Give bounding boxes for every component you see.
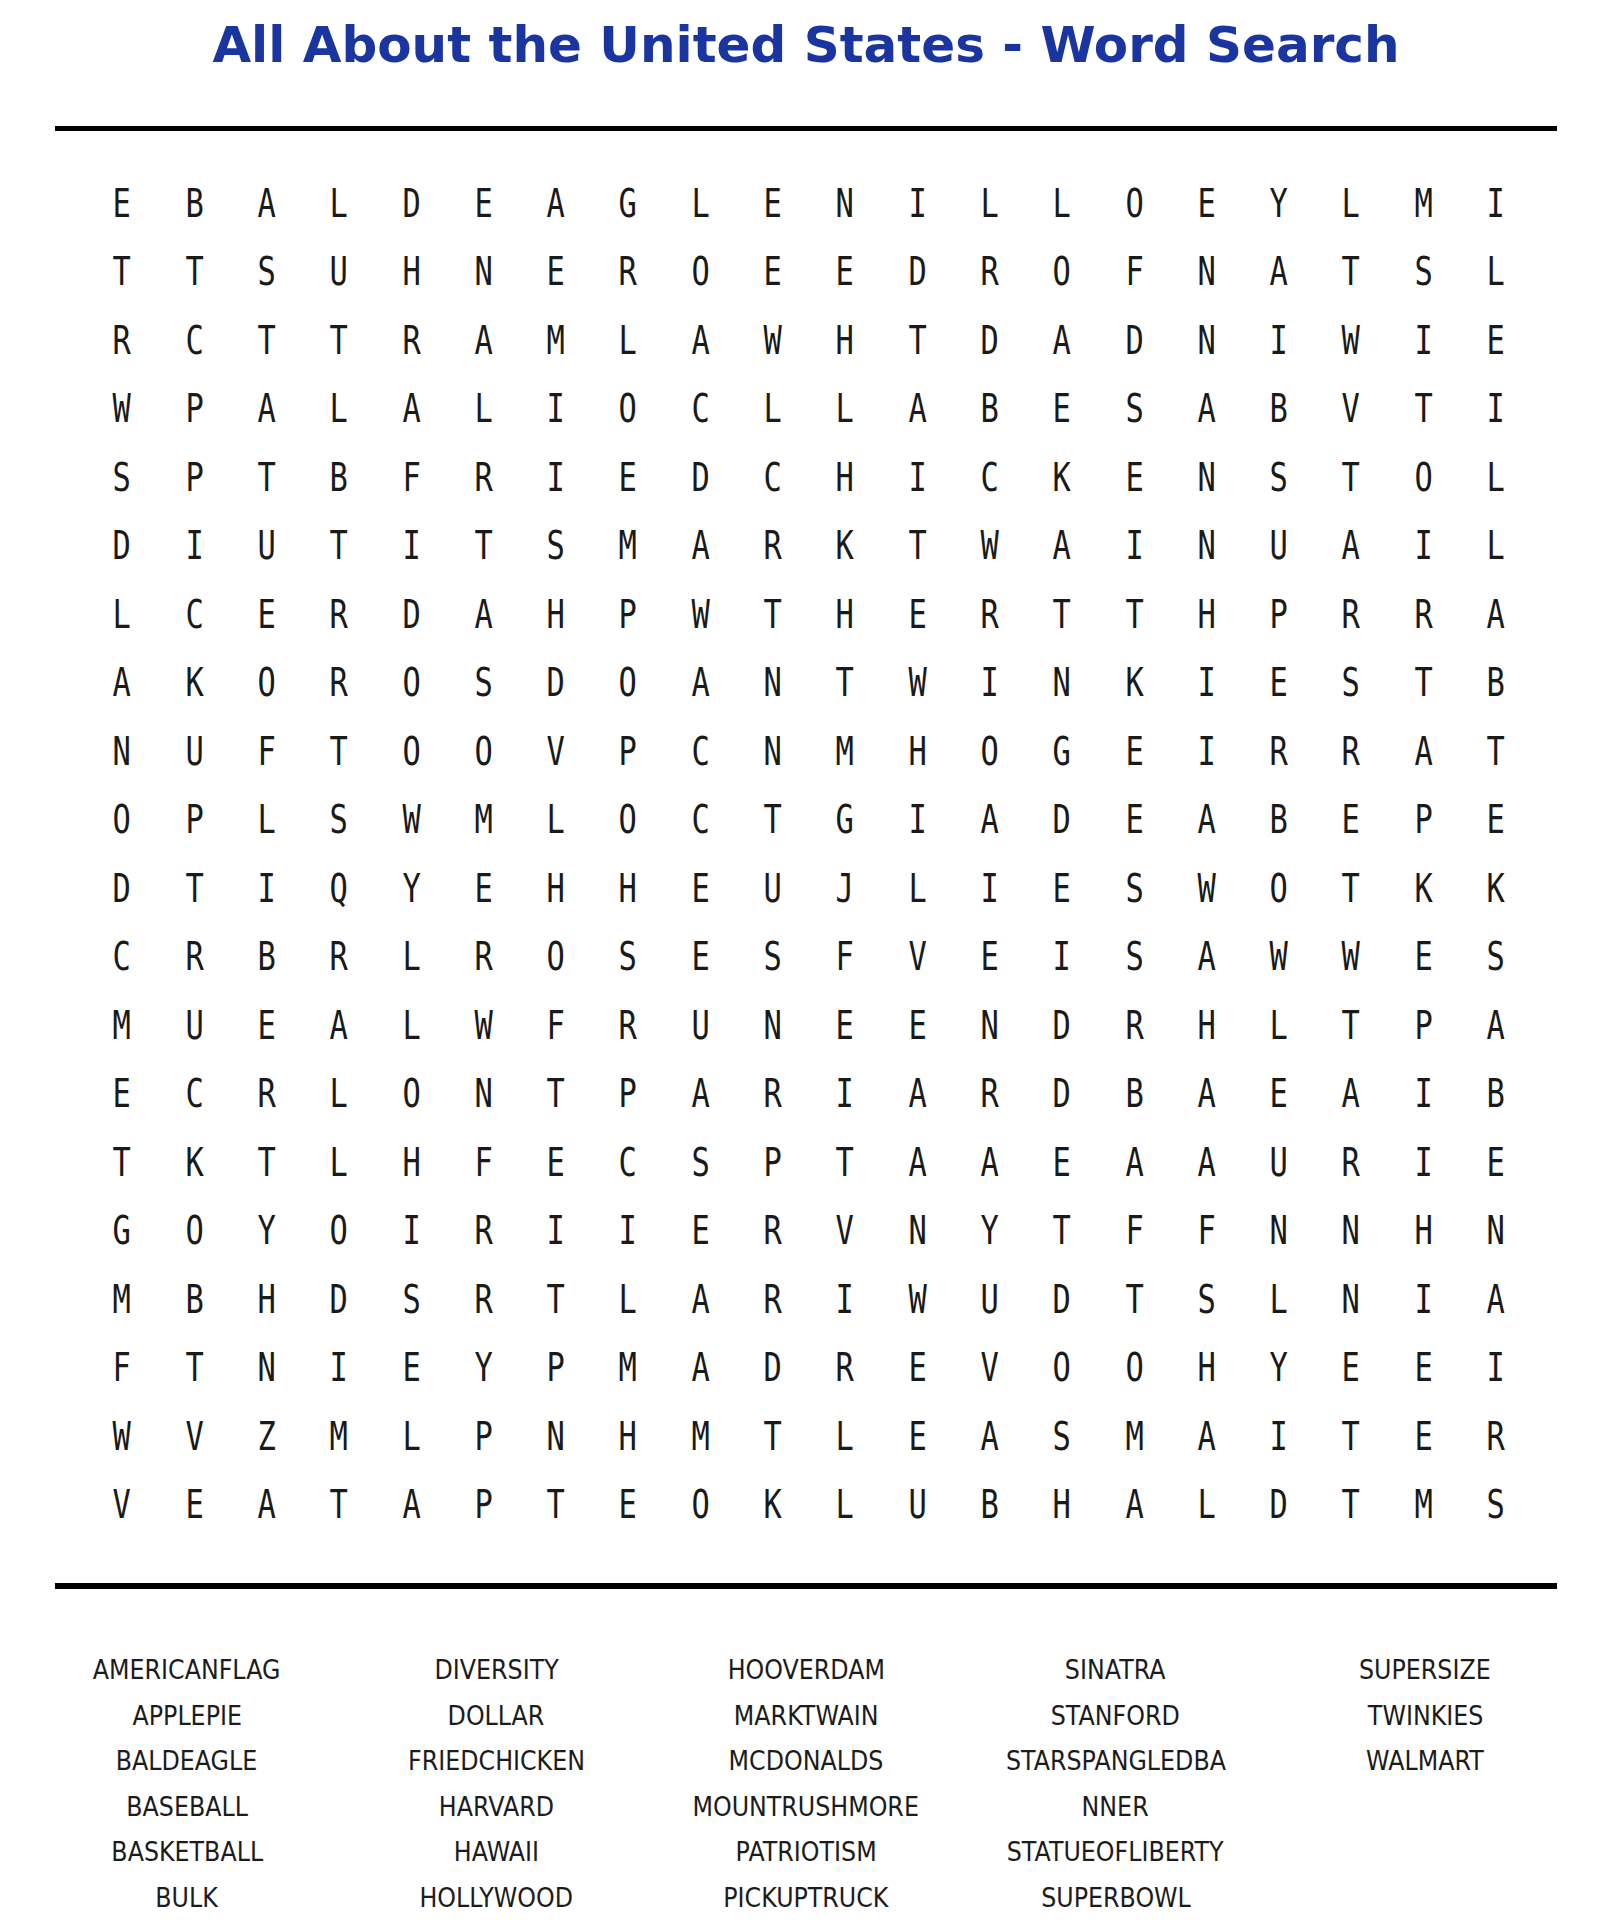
grid-cell[interactable]: B [158,169,230,238]
grid-cell[interactable]: L [303,1060,375,1129]
grid-cell[interactable]: T [158,854,230,923]
grid-cell[interactable]: P [592,1060,664,1129]
grid-cell[interactable]: T [1315,1471,1387,1540]
grid-cell[interactable]: G [86,1197,158,1266]
grid-cell[interactable]: R [954,238,1026,307]
grid-cell[interactable]: K [158,649,230,718]
grid-cell[interactable]: I [809,1265,881,1334]
grid-cell[interactable]: O [1026,238,1098,307]
grid-cell[interactable]: L [881,854,953,923]
grid-cell[interactable]: T [520,1265,592,1334]
grid-cell[interactable]: A [1170,786,1242,855]
grid-cell[interactable]: E [1098,786,1170,855]
grid-cell[interactable]: A [1460,991,1532,1060]
grid-cell[interactable]: E [881,991,953,1060]
grid-cell[interactable]: W [737,306,809,375]
grid-cell[interactable]: L [592,1265,664,1334]
grid-cell[interactable]: E [881,1402,953,1471]
grid-cell[interactable]: R [303,923,375,992]
grid-cell[interactable]: E [737,238,809,307]
grid-cell[interactable]: E [375,1334,447,1403]
grid-cell[interactable]: I [520,443,592,512]
grid-cell[interactable]: Y [1243,169,1315,238]
grid-cell[interactable]: P [737,1128,809,1197]
grid-cell[interactable]: V [809,1197,881,1266]
grid-cell[interactable]: O [1098,169,1170,238]
grid-cell[interactable]: I [1170,717,1242,786]
grid-cell[interactable]: D [1026,1265,1098,1334]
grid-cell[interactable]: T [1315,238,1387,307]
grid-cell[interactable]: C [158,306,230,375]
grid-cell[interactable]: P [447,1471,519,1540]
grid-cell[interactable]: A [1460,1265,1532,1334]
grid-cell[interactable]: E [881,580,953,649]
grid-cell[interactable]: R [231,1060,303,1129]
grid-cell[interactable]: A [881,1128,953,1197]
grid-cell[interactable]: T [1026,1197,1098,1266]
grid-cell[interactable]: R [1098,991,1170,1060]
grid-cell[interactable]: E [1460,786,1532,855]
grid-cell[interactable]: B [1098,1060,1170,1129]
grid-cell[interactable]: E [158,1471,230,1540]
grid-cell[interactable]: T [1315,991,1387,1060]
grid-cell[interactable]: D [86,854,158,923]
grid-cell[interactable]: E [231,580,303,649]
grid-cell[interactable]: H [231,1265,303,1334]
grid-cell[interactable]: K [1098,649,1170,718]
grid-cell[interactable]: F [86,1334,158,1403]
grid-cell[interactable]: I [1460,375,1532,444]
grid-cell[interactable]: Z [231,1402,303,1471]
grid-cell[interactable]: A [1026,306,1098,375]
grid-cell[interactable]: O [231,649,303,718]
grid-cell[interactable]: M [592,1334,664,1403]
grid-cell[interactable]: N [737,991,809,1060]
grid-cell[interactable]: T [1387,649,1459,718]
grid-cell[interactable]: S [303,786,375,855]
grid-cell[interactable]: A [375,1471,447,1540]
grid-cell[interactable]: T [809,1128,881,1197]
grid-cell[interactable]: V [86,1471,158,1540]
grid-cell[interactable]: B [1243,786,1315,855]
grid-cell[interactable]: A [1098,1128,1170,1197]
grid-cell[interactable]: S [1243,443,1315,512]
grid-cell[interactable]: R [375,306,447,375]
grid-cell[interactable]: R [737,512,809,581]
grid-cell[interactable]: O [1387,443,1459,512]
grid-cell[interactable]: O [1243,854,1315,923]
grid-cell[interactable]: R [1460,1402,1532,1471]
grid-cell[interactable]: I [1098,512,1170,581]
grid-cell[interactable]: L [809,375,881,444]
grid-cell[interactable]: B [231,923,303,992]
grid-cell[interactable]: I [1170,649,1242,718]
grid-cell[interactable]: T [86,238,158,307]
grid-cell[interactable]: O [375,717,447,786]
grid-cell[interactable]: N [520,1402,592,1471]
grid-cell[interactable]: H [881,717,953,786]
grid-cell[interactable]: T [303,512,375,581]
grid-cell[interactable]: C [664,375,736,444]
grid-cell[interactable]: B [1460,649,1532,718]
grid-cell[interactable]: I [809,1060,881,1129]
grid-cell[interactable]: A [231,375,303,444]
grid-cell[interactable]: F [231,717,303,786]
grid-cell[interactable]: N [881,1197,953,1266]
grid-cell[interactable]: D [375,580,447,649]
grid-cell[interactable]: O [592,375,664,444]
grid-cell[interactable]: R [737,1060,809,1129]
grid-cell[interactable]: M [809,717,881,786]
grid-cell[interactable]: L [303,375,375,444]
grid-cell[interactable]: T [1387,375,1459,444]
grid-cell[interactable]: A [303,991,375,1060]
grid-cell[interactable]: N [231,1334,303,1403]
grid-cell[interactable]: R [1315,1128,1387,1197]
grid-cell[interactable]: I [1387,1060,1459,1129]
grid-cell[interactable]: M [447,786,519,855]
grid-cell[interactable]: P [158,375,230,444]
grid-cell[interactable]: H [592,854,664,923]
grid-cell[interactable]: K [1460,854,1532,923]
grid-cell[interactable]: O [954,717,1026,786]
grid-cell[interactable]: D [954,306,1026,375]
grid-cell[interactable]: U [1243,1128,1315,1197]
grid-cell[interactable]: K [1387,854,1459,923]
grid-cell[interactable]: R [1243,717,1315,786]
grid-cell[interactable]: U [664,991,736,1060]
grid-cell[interactable]: I [1387,512,1459,581]
grid-cell[interactable]: I [1460,1334,1532,1403]
grid-cell[interactable]: U [737,854,809,923]
grid-cell[interactable]: O [1098,1334,1170,1403]
grid-cell[interactable]: D [1098,306,1170,375]
grid-cell[interactable]: T [1460,717,1532,786]
grid-cell[interactable]: H [809,306,881,375]
grid-cell[interactable]: I [881,786,953,855]
grid-cell[interactable]: N [447,238,519,307]
grid-cell[interactable]: W [1170,854,1242,923]
grid-cell[interactable]: R [954,1060,1026,1129]
grid-cell[interactable]: E [520,1128,592,1197]
grid-cell[interactable]: R [303,580,375,649]
grid-cell[interactable]: D [737,1334,809,1403]
grid-cell[interactable]: I [1387,306,1459,375]
grid-cell[interactable]: I [303,1334,375,1403]
grid-cell[interactable]: A [881,1060,953,1129]
grid-cell[interactable]: C [737,443,809,512]
grid-cell[interactable]: A [664,1334,736,1403]
grid-cell[interactable]: I [520,375,592,444]
grid-cell[interactable]: E [664,923,736,992]
grid-cell[interactable]: K [809,512,881,581]
grid-cell[interactable]: D [86,512,158,581]
grid-cell[interactable]: T [881,306,953,375]
grid-cell[interactable]: D [375,169,447,238]
grid-cell[interactable]: P [1243,580,1315,649]
grid-cell[interactable]: L [375,1402,447,1471]
grid-cell[interactable]: W [954,512,1026,581]
grid-cell[interactable]: A [1315,512,1387,581]
grid-cell[interactable]: V [520,717,592,786]
grid-cell[interactable]: L [1243,991,1315,1060]
grid-cell[interactable]: N [737,649,809,718]
grid-cell[interactable]: M [86,991,158,1060]
grid-cell[interactable]: L [1460,512,1532,581]
grid-cell[interactable]: E [809,991,881,1060]
grid-cell[interactable]: R [447,443,519,512]
grid-cell[interactable]: A [447,580,519,649]
grid-cell[interactable]: D [1026,786,1098,855]
grid-cell[interactable]: S [447,649,519,718]
grid-cell[interactable]: H [375,1128,447,1197]
grid-cell[interactable]: I [1243,1402,1315,1471]
grid-cell[interactable]: C [954,443,1026,512]
grid-cell[interactable]: M [86,1265,158,1334]
grid-cell[interactable]: O [664,1471,736,1540]
grid-cell[interactable]: A [954,1402,1026,1471]
grid-cell[interactable]: N [1315,1265,1387,1334]
grid-cell[interactable]: E [447,854,519,923]
grid-cell[interactable]: I [881,169,953,238]
grid-cell[interactable]: L [664,169,736,238]
grid-cell[interactable]: R [592,238,664,307]
grid-cell[interactable]: C [158,580,230,649]
grid-cell[interactable]: A [1170,923,1242,992]
grid-cell[interactable]: I [954,649,1026,718]
grid-cell[interactable]: A [1170,375,1242,444]
grid-cell[interactable]: F [375,443,447,512]
grid-cell[interactable]: W [375,786,447,855]
grid-cell[interactable]: A [1315,1060,1387,1129]
grid-cell[interactable]: H [1170,1334,1242,1403]
grid-cell[interactable]: K [737,1471,809,1540]
grid-cell[interactable]: E [881,1334,953,1403]
grid-cell[interactable]: N [1026,649,1098,718]
grid-cell[interactable]: A [664,512,736,581]
grid-cell[interactable]: N [1460,1197,1532,1266]
grid-cell[interactable]: A [664,1265,736,1334]
grid-cell[interactable]: N [447,1060,519,1129]
grid-cell[interactable]: H [809,580,881,649]
grid-cell[interactable]: T [737,1402,809,1471]
grid-cell[interactable]: K [158,1128,230,1197]
grid-cell[interactable]: E [1387,1334,1459,1403]
grid-cell[interactable]: E [1243,1060,1315,1129]
grid-cell[interactable]: A [1170,1402,1242,1471]
grid-cell[interactable]: F [1098,1197,1170,1266]
grid-cell[interactable]: R [809,1334,881,1403]
grid-cell[interactable]: E [1315,786,1387,855]
grid-cell[interactable]: R [592,991,664,1060]
grid-cell[interactable]: M [520,306,592,375]
grid-cell[interactable]: R [1387,580,1459,649]
grid-cell[interactable]: R [86,306,158,375]
grid-cell[interactable]: N [86,717,158,786]
grid-cell[interactable]: R [447,1265,519,1334]
grid-cell[interactable]: A [231,1471,303,1540]
grid-cell[interactable]: I [231,854,303,923]
grid-cell[interactable]: T [158,238,230,307]
grid-cell[interactable]: W [1315,306,1387,375]
grid-cell[interactable]: Y [375,854,447,923]
grid-cell[interactable]: T [303,717,375,786]
grid-cell[interactable]: S [1098,854,1170,923]
grid-cell[interactable]: L [447,375,519,444]
grid-cell[interactable]: C [664,717,736,786]
grid-cell[interactable]: W [1315,923,1387,992]
grid-cell[interactable]: E [1170,169,1242,238]
grid-cell[interactable]: Y [1243,1334,1315,1403]
grid-cell[interactable]: N [809,169,881,238]
grid-cell[interactable]: T [737,580,809,649]
grid-cell[interactable]: V [1315,375,1387,444]
grid-cell[interactable]: L [520,786,592,855]
grid-cell[interactable]: E [1460,306,1532,375]
grid-cell[interactable]: A [954,786,1026,855]
grid-cell[interactable]: U [954,1265,1026,1334]
grid-cell[interactable]: E [1243,649,1315,718]
grid-cell[interactable]: I [1243,306,1315,375]
grid-cell[interactable]: B [954,375,1026,444]
grid-cell[interactable]: S [1098,375,1170,444]
grid-cell[interactable]: L [1315,169,1387,238]
grid-cell[interactable]: E [664,854,736,923]
grid-cell[interactable]: R [954,580,1026,649]
grid-cell[interactable]: L [1170,1471,1242,1540]
grid-cell[interactable]: T [520,1471,592,1540]
grid-cell[interactable]: F [1098,238,1170,307]
grid-cell[interactable]: E [231,991,303,1060]
grid-cell[interactable]: B [954,1471,1026,1540]
grid-cell[interactable]: I [158,512,230,581]
grid-cell[interactable]: L [737,375,809,444]
grid-cell[interactable]: A [231,169,303,238]
grid-cell[interactable]: I [954,854,1026,923]
grid-cell[interactable]: T [1315,443,1387,512]
grid-cell[interactable]: Y [954,1197,1026,1266]
grid-cell[interactable]: R [158,923,230,992]
grid-cell[interactable]: L [303,1128,375,1197]
grid-cell[interactable]: T [1098,580,1170,649]
grid-cell[interactable]: H [375,238,447,307]
grid-cell[interactable]: O [303,1197,375,1266]
grid-cell[interactable]: M [1387,1471,1459,1540]
grid-cell[interactable]: D [1026,991,1098,1060]
grid-cell[interactable]: T [158,1334,230,1403]
grid-cell[interactable]: D [881,238,953,307]
grid-cell[interactable]: U [158,717,230,786]
grid-cell[interactable]: W [86,375,158,444]
grid-cell[interactable]: R [303,649,375,718]
grid-cell[interactable]: M [664,1402,736,1471]
grid-cell[interactable]: R [737,1197,809,1266]
grid-cell[interactable]: A [375,375,447,444]
grid-cell[interactable]: L [592,306,664,375]
grid-cell[interactable]: T [737,786,809,855]
grid-cell[interactable]: T [231,443,303,512]
grid-cell[interactable]: L [954,169,1026,238]
grid-cell[interactable]: L [375,923,447,992]
grid-cell[interactable]: B [1243,375,1315,444]
grid-cell[interactable]: L [86,580,158,649]
grid-cell[interactable]: O [1026,1334,1098,1403]
grid-cell[interactable]: N [1170,238,1242,307]
grid-cell[interactable]: Y [447,1334,519,1403]
grid-cell[interactable]: I [520,1197,592,1266]
grid-cell[interactable]: A [1170,1128,1242,1197]
grid-cell[interactable]: B [303,443,375,512]
grid-cell[interactable]: A [881,375,953,444]
grid-cell[interactable]: L [1243,1265,1315,1334]
grid-cell[interactable]: P [447,1402,519,1471]
grid-cell[interactable]: A [520,169,592,238]
grid-cell[interactable]: M [1387,169,1459,238]
grid-cell[interactable]: H [809,443,881,512]
grid-cell[interactable]: M [303,1402,375,1471]
grid-cell[interactable]: D [664,443,736,512]
grid-cell[interactable]: C [158,1060,230,1129]
grid-cell[interactable]: T [1026,580,1098,649]
grid-cell[interactable]: E [1460,1128,1532,1197]
grid-cell[interactable]: E [86,1060,158,1129]
grid-cell[interactable]: U [231,512,303,581]
grid-cell[interactable]: P [1387,991,1459,1060]
grid-cell[interactable]: E [1315,1334,1387,1403]
grid-cell[interactable]: Y [231,1197,303,1266]
grid-cell[interactable]: O [592,649,664,718]
grid-cell[interactable]: C [592,1128,664,1197]
grid-cell[interactable]: S [664,1128,736,1197]
grid-cell[interactable]: A [1170,1060,1242,1129]
grid-cell[interactable]: A [1243,238,1315,307]
grid-cell[interactable]: S [231,238,303,307]
grid-cell[interactable]: W [447,991,519,1060]
grid-cell[interactable]: R [1315,717,1387,786]
grid-cell[interactable]: L [375,991,447,1060]
grid-cell[interactable]: A [664,1060,736,1129]
grid-cell[interactable]: A [664,306,736,375]
grid-cell[interactable]: T [1315,1402,1387,1471]
grid-cell[interactable]: E [1098,717,1170,786]
grid-cell[interactable]: C [86,923,158,992]
grid-cell[interactable]: S [520,512,592,581]
grid-cell[interactable]: T [809,649,881,718]
grid-cell[interactable]: T [881,512,953,581]
grid-cell[interactable]: S [1170,1265,1242,1334]
grid-cell[interactable]: P [158,786,230,855]
grid-cell[interactable]: W [881,649,953,718]
grid-cell[interactable]: T [447,512,519,581]
grid-cell[interactable]: E [520,238,592,307]
grid-cell[interactable]: J [809,854,881,923]
grid-cell[interactable]: D [303,1265,375,1334]
grid-cell[interactable]: E [592,443,664,512]
grid-cell[interactable]: S [375,1265,447,1334]
grid-cell[interactable]: B [1460,1060,1532,1129]
grid-cell[interactable]: N [1170,443,1242,512]
grid-cell[interactable]: E [86,169,158,238]
grid-cell[interactable]: W [1243,923,1315,992]
grid-cell[interactable]: D [520,649,592,718]
grid-cell[interactable]: R [447,923,519,992]
grid-cell[interactable]: I [375,512,447,581]
grid-cell[interactable]: O [664,238,736,307]
grid-cell[interactable]: H [520,580,592,649]
grid-cell[interactable]: B [158,1265,230,1334]
grid-cell[interactable]: O [158,1197,230,1266]
grid-cell[interactable]: N [1243,1197,1315,1266]
